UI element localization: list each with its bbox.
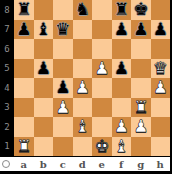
square-c6[interactable]: [53, 39, 73, 59]
square-f8[interactable]: ♜: [112, 0, 132, 20]
square-c1[interactable]: [53, 137, 73, 157]
rank-label-8: 8: [0, 0, 14, 20]
rank-label-1: 1: [0, 137, 14, 157]
square-e5[interactable]: ♟: [92, 59, 112, 79]
black-king-g8[interactable]: ♚: [133, 0, 148, 20]
square-e7[interactable]: [92, 20, 112, 40]
square-f5[interactable]: ♟: [112, 59, 132, 79]
white-king-e1[interactable]: ♚: [94, 137, 109, 157]
white-bishop-f1[interactable]: ♝: [114, 137, 129, 157]
file-label-a: a: [14, 157, 34, 171]
white-pawn-d4[interactable]: ♟: [75, 78, 90, 98]
square-g3[interactable]: ♜: [131, 98, 151, 118]
square-c4[interactable]: ♟: [53, 78, 73, 98]
square-h1[interactable]: [151, 137, 171, 157]
square-d7[interactable]: [73, 20, 93, 40]
white-queen-h5[interactable]: ♛: [153, 59, 168, 79]
square-e6[interactable]: [92, 39, 112, 59]
square-e4[interactable]: [92, 78, 112, 98]
square-d2[interactable]: ♝: [73, 117, 93, 137]
square-g6[interactable]: [131, 39, 151, 59]
square-d6[interactable]: [73, 39, 93, 59]
square-e3[interactable]: [92, 98, 112, 118]
square-e2[interactable]: [92, 117, 112, 137]
side-to-move-indicator: [2, 160, 10, 168]
file-label-d: d: [73, 157, 93, 171]
square-c2[interactable]: [53, 117, 73, 137]
chess-board[interactable]: ♜♞♜♚♟♝♛♟♟♟♟♟♟♛♟♟♟♟♜♝♟♟♜♚♝: [14, 0, 170, 156]
square-g4[interactable]: [131, 78, 151, 98]
square-a4[interactable]: [14, 78, 34, 98]
square-a7[interactable]: ♟: [14, 20, 34, 40]
square-g5[interactable]: [131, 59, 151, 79]
white-pawn-e5[interactable]: ♟: [94, 59, 109, 79]
black-rook-f8[interactable]: ♜: [114, 0, 129, 20]
square-h8[interactable]: [151, 0, 171, 20]
rank-labels-strip: 87654321: [0, 0, 14, 156]
rank-label-5: 5: [0, 59, 14, 79]
rank-label-3: 3: [0, 98, 14, 118]
white-pawn-c3[interactable]: ♟: [55, 98, 70, 118]
square-f7[interactable]: ♟: [112, 20, 132, 40]
black-rook-a8[interactable]: ♜: [16, 0, 31, 20]
square-a1[interactable]: ♜: [14, 137, 34, 157]
square-f3[interactable]: [112, 98, 132, 118]
square-b5[interactable]: ♟: [34, 59, 54, 79]
square-a2[interactable]: [14, 117, 34, 137]
square-f6[interactable]: [112, 39, 132, 59]
black-pawn-c4[interactable]: ♟: [55, 78, 70, 98]
square-b7[interactable]: ♝: [34, 20, 54, 40]
square-g2[interactable]: ♟: [131, 117, 151, 137]
file-label-f: f: [112, 157, 132, 171]
square-d4[interactable]: ♟: [73, 78, 93, 98]
square-h7[interactable]: ♟: [151, 20, 171, 40]
square-b4[interactable]: [34, 78, 54, 98]
black-pawn-a7[interactable]: ♟: [16, 20, 31, 40]
file-label-g: g: [131, 157, 151, 171]
file-label-h: h: [151, 157, 171, 171]
rank-label-4: 4: [0, 78, 14, 98]
square-a3[interactable]: [14, 98, 34, 118]
white-pawn-h4[interactable]: ♟: [153, 78, 168, 98]
square-e1[interactable]: ♚: [92, 137, 112, 157]
black-pawn-g7[interactable]: ♟: [133, 20, 148, 40]
square-g1[interactable]: [131, 137, 151, 157]
file-labels-strip: abcdefgh: [0, 157, 170, 171]
square-e8[interactable]: [92, 0, 112, 20]
black-pawn-h7[interactable]: ♟: [153, 20, 168, 40]
black-pawn-b5[interactable]: ♟: [36, 59, 51, 79]
square-c7[interactable]: ♛: [53, 20, 73, 40]
black-bishop-b7[interactable]: ♝: [36, 20, 51, 40]
square-g8[interactable]: ♚: [131, 0, 151, 20]
square-a5[interactable]: [14, 59, 34, 79]
square-h6[interactable]: [151, 39, 171, 59]
square-d5[interactable]: [73, 59, 93, 79]
square-d1[interactable]: [73, 137, 93, 157]
square-b1[interactable]: [34, 137, 54, 157]
square-h5[interactable]: ♛: [151, 59, 171, 79]
white-pawn-g2[interactable]: ♟: [133, 117, 148, 137]
white-rook-a1[interactable]: ♜: [16, 137, 31, 157]
square-d8[interactable]: ♞: [73, 0, 93, 20]
square-b3[interactable]: [34, 98, 54, 118]
file-labels: abcdefgh: [14, 157, 170, 171]
square-h4[interactable]: ♟: [151, 78, 171, 98]
square-c5[interactable]: [53, 59, 73, 79]
white-bishop-d2[interactable]: ♝: [75, 117, 90, 137]
chess-diagram: 87654321 ♜♞♜♚♟♝♛♟♟♟♟♟♟♛♟♟♟♟♜♝♟♟♜♚♝ abcde…: [0, 0, 172, 174]
square-d3[interactable]: [73, 98, 93, 118]
square-h3[interactable]: [151, 98, 171, 118]
file-label-b: b: [34, 157, 54, 171]
rank-label-2: 2: [0, 117, 14, 137]
square-b2[interactable]: [34, 117, 54, 137]
black-pawn-f5[interactable]: ♟: [114, 59, 129, 79]
square-f2[interactable]: ♟: [112, 117, 132, 137]
black-pawn-f7[interactable]: ♟: [114, 20, 129, 40]
square-c8[interactable]: [53, 0, 73, 20]
square-b6[interactable]: [34, 39, 54, 59]
black-queen-c7[interactable]: ♛: [55, 20, 70, 40]
rank-label-6: 6: [0, 39, 14, 59]
white-rook-g3[interactable]: ♜: [133, 98, 148, 118]
square-b8[interactable]: [34, 0, 54, 20]
file-label-e: e: [92, 157, 112, 171]
file-label-c: c: [53, 157, 73, 171]
square-f4[interactable]: [112, 78, 132, 98]
rank-label-7: 7: [0, 20, 14, 40]
square-a6[interactable]: [14, 39, 34, 59]
white-pawn-f2[interactable]: ♟: [114, 117, 129, 137]
square-a8[interactable]: ♜: [14, 0, 34, 20]
square-f1[interactable]: ♝: [112, 137, 132, 157]
square-h2[interactable]: [151, 117, 171, 137]
square-g7[interactable]: ♟: [131, 20, 151, 40]
black-knight-d8[interactable]: ♞: [75, 0, 90, 20]
square-c3[interactable]: ♟: [53, 98, 73, 118]
